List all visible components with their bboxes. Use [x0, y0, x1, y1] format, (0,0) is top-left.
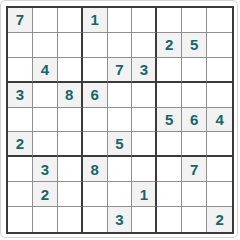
cell-r3c1[interactable] — [8, 58, 33, 83]
cell-r9c7[interactable] — [157, 207, 182, 232]
cell-r3c2[interactable]: 4 — [33, 58, 58, 83]
cell-r1c1[interactable]: 7 — [8, 8, 33, 33]
cell-r2c8[interactable]: 5 — [182, 33, 207, 58]
cell-r9c6[interactable] — [132, 207, 157, 232]
cell-r1c7[interactable] — [157, 8, 182, 33]
cell-r4c4[interactable]: 6 — [83, 83, 108, 108]
cell-r2c3[interactable] — [58, 33, 83, 58]
cell-r4c8[interactable] — [182, 83, 207, 108]
cell-r2c1[interactable] — [8, 33, 33, 58]
cell-r4c5[interactable] — [108, 83, 133, 108]
cell-r6c8[interactable] — [182, 132, 207, 157]
cell-r3c6[interactable]: 3 — [132, 58, 157, 83]
cell-r3c8[interactable] — [182, 58, 207, 83]
cell-r8c7[interactable] — [157, 182, 182, 207]
cell-r9c1[interactable] — [8, 207, 33, 232]
cell-r2c2[interactable] — [33, 33, 58, 58]
cell-r6c4[interactable] — [83, 132, 108, 157]
sudoku-board: 7125473386564253872132 — [6, 6, 234, 234]
cell-r6c2[interactable] — [33, 132, 58, 157]
cell-r7c2[interactable]: 3 — [33, 157, 58, 182]
cell-r9c9[interactable]: 2 — [207, 207, 232, 232]
cell-r9c2[interactable] — [33, 207, 58, 232]
cell-r8c1[interactable] — [8, 182, 33, 207]
cell-r4c2[interactable] — [33, 83, 58, 108]
cell-r4c1[interactable]: 3 — [8, 83, 33, 108]
cell-r4c6[interactable] — [132, 83, 157, 108]
cell-r5c6[interactable] — [132, 108, 157, 133]
cell-r6c9[interactable] — [207, 132, 232, 157]
cell-r1c9[interactable] — [207, 8, 232, 33]
cell-r6c5[interactable]: 5 — [108, 132, 133, 157]
cell-r8c5[interactable] — [108, 182, 133, 207]
cell-r1c3[interactable] — [58, 8, 83, 33]
cell-r5c3[interactable] — [58, 108, 83, 133]
cell-r7c6[interactable] — [132, 157, 157, 182]
cell-r5c4[interactable] — [83, 108, 108, 133]
cell-r3c5[interactable]: 7 — [108, 58, 133, 83]
cell-r8c2[interactable]: 2 — [33, 182, 58, 207]
cell-r6c7[interactable] — [157, 132, 182, 157]
cell-r7c1[interactable] — [8, 157, 33, 182]
cell-r3c7[interactable] — [157, 58, 182, 83]
cell-r5c8[interactable]: 6 — [182, 108, 207, 133]
cell-r1c5[interactable] — [108, 8, 133, 33]
cell-r1c6[interactable] — [132, 8, 157, 33]
cell-r7c5[interactable] — [108, 157, 133, 182]
cell-r7c4[interactable]: 8 — [83, 157, 108, 182]
cell-r4c9[interactable] — [207, 83, 232, 108]
cell-r4c3[interactable]: 8 — [58, 83, 83, 108]
cell-r5c5[interactable] — [108, 108, 133, 133]
cell-r9c5[interactable]: 3 — [108, 207, 133, 232]
cell-r2c9[interactable] — [207, 33, 232, 58]
cell-r7c9[interactable] — [207, 157, 232, 182]
cell-r6c6[interactable] — [132, 132, 157, 157]
cell-r2c4[interactable] — [83, 33, 108, 58]
cell-r6c1[interactable]: 2 — [8, 132, 33, 157]
cell-r2c7[interactable]: 2 — [157, 33, 182, 58]
cell-r8c8[interactable] — [182, 182, 207, 207]
cell-r5c7[interactable]: 5 — [157, 108, 182, 133]
cell-r1c8[interactable] — [182, 8, 207, 33]
cell-r9c3[interactable] — [58, 207, 83, 232]
cell-r7c8[interactable]: 7 — [182, 157, 207, 182]
cell-r9c8[interactable] — [182, 207, 207, 232]
cell-r8c6[interactable]: 1 — [132, 182, 157, 207]
cell-r1c4[interactable]: 1 — [83, 8, 108, 33]
cell-r9c4[interactable] — [83, 207, 108, 232]
cell-r5c9[interactable]: 4 — [207, 108, 232, 133]
cell-r2c5[interactable] — [108, 33, 133, 58]
cell-r2c6[interactable] — [132, 33, 157, 58]
cell-r4c7[interactable] — [157, 83, 182, 108]
cell-r7c3[interactable] — [58, 157, 83, 182]
cell-r8c4[interactable] — [83, 182, 108, 207]
cell-r3c3[interactable] — [58, 58, 83, 83]
cell-r1c2[interactable] — [33, 8, 58, 33]
cell-r3c9[interactable] — [207, 58, 232, 83]
cell-r8c9[interactable] — [207, 182, 232, 207]
cell-r6c3[interactable] — [58, 132, 83, 157]
cell-r5c1[interactable] — [8, 108, 33, 133]
cell-r5c2[interactable] — [33, 108, 58, 133]
cell-r3c4[interactable] — [83, 58, 108, 83]
cell-r7c7[interactable] — [157, 157, 182, 182]
cell-r8c3[interactable] — [58, 182, 83, 207]
sudoku-widget: 7125473386564253872132 — [0, 0, 238, 238]
